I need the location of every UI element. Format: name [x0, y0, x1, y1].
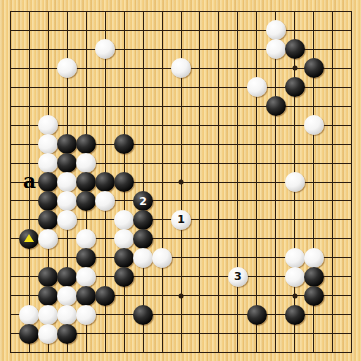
stone-black[interactable]: [19, 229, 39, 249]
stone-white[interactable]: [38, 305, 58, 325]
stone-white[interactable]: [38, 324, 58, 344]
move-number-label: 2: [139, 196, 147, 207]
stone-white[interactable]: [285, 172, 305, 192]
stone-black[interactable]: [57, 267, 77, 287]
stone-black[interactable]: [114, 134, 134, 154]
star-point: [292, 293, 297, 298]
stone-black[interactable]: [133, 229, 153, 249]
stone-white[interactable]: [171, 58, 191, 78]
stone-white[interactable]: [304, 115, 324, 135]
stone-white[interactable]: [57, 286, 77, 306]
stone-black[interactable]: [304, 58, 324, 78]
stone-white[interactable]: [57, 172, 77, 192]
stone-black[interactable]: [95, 286, 115, 306]
stone-white[interactable]: [57, 58, 77, 78]
stone-white[interactable]: [38, 115, 58, 135]
stone-white[interactable]: [266, 20, 286, 40]
stone-white[interactable]: [152, 248, 172, 268]
star-point: [179, 293, 184, 298]
stone-black[interactable]: [76, 286, 96, 306]
stone-black[interactable]: [19, 324, 39, 344]
stone-white[interactable]: [114, 210, 134, 230]
stone-black[interactable]: [76, 172, 96, 192]
stone-white[interactable]: [38, 229, 58, 249]
star-point: [179, 180, 184, 185]
stone-black[interactable]: [76, 248, 96, 268]
stone-white[interactable]: [266, 39, 286, 59]
stone-white[interactable]: [133, 248, 153, 268]
move-number-label: 3: [234, 271, 242, 282]
stone-black[interactable]: 2: [133, 191, 153, 211]
stone-black[interactable]: [285, 305, 305, 325]
stone-black[interactable]: [95, 172, 115, 192]
star-point: [292, 66, 297, 71]
stone-black[interactable]: [133, 305, 153, 325]
stone-black[interactable]: [285, 77, 305, 97]
stone-black[interactable]: [57, 134, 77, 154]
stone-white[interactable]: [57, 305, 77, 325]
stone-white[interactable]: [247, 77, 267, 97]
stone-white[interactable]: [38, 134, 58, 154]
stone-white[interactable]: [285, 267, 305, 287]
triangle-marker-icon: [24, 234, 34, 242]
stone-white[interactable]: 1: [171, 210, 191, 230]
stone-black[interactable]: [76, 134, 96, 154]
stone-black[interactable]: [114, 267, 134, 287]
move-number-label: 1: [177, 214, 185, 225]
stone-black[interactable]: [57, 324, 77, 344]
stone-white[interactable]: [76, 153, 96, 173]
stone-black[interactable]: [38, 210, 58, 230]
stone-white[interactable]: [57, 210, 77, 230]
stone-black[interactable]: [304, 286, 324, 306]
stone-white[interactable]: 3: [228, 267, 248, 287]
stone-white[interactable]: [304, 248, 324, 268]
stone-black[interactable]: [38, 267, 58, 287]
stone-white[interactable]: [95, 191, 115, 211]
stone-white[interactable]: [76, 267, 96, 287]
stone-white[interactable]: [38, 153, 58, 173]
stone-white[interactable]: [76, 305, 96, 325]
stone-white[interactable]: [19, 305, 39, 325]
stone-white[interactable]: [95, 39, 115, 59]
stone-black[interactable]: [57, 153, 77, 173]
go-board[interactable]: 213a: [0, 0, 361, 361]
stone-white[interactable]: [57, 191, 77, 211]
stone-black[interactable]: [38, 286, 58, 306]
stone-white[interactable]: [114, 229, 134, 249]
stone-black[interactable]: [38, 191, 58, 211]
stone-black[interactable]: [304, 267, 324, 287]
stone-black[interactable]: [247, 305, 267, 325]
stone-black[interactable]: [114, 172, 134, 192]
stone-black[interactable]: [38, 172, 58, 192]
stone-black[interactable]: [76, 191, 96, 211]
stone-black[interactable]: [133, 210, 153, 230]
stone-black[interactable]: [285, 39, 305, 59]
stone-white[interactable]: [285, 248, 305, 268]
stone-black[interactable]: [114, 248, 134, 268]
point-letter-label[interactable]: a: [23, 171, 36, 191]
stone-black[interactable]: [266, 96, 286, 116]
stone-white[interactable]: [76, 229, 96, 249]
